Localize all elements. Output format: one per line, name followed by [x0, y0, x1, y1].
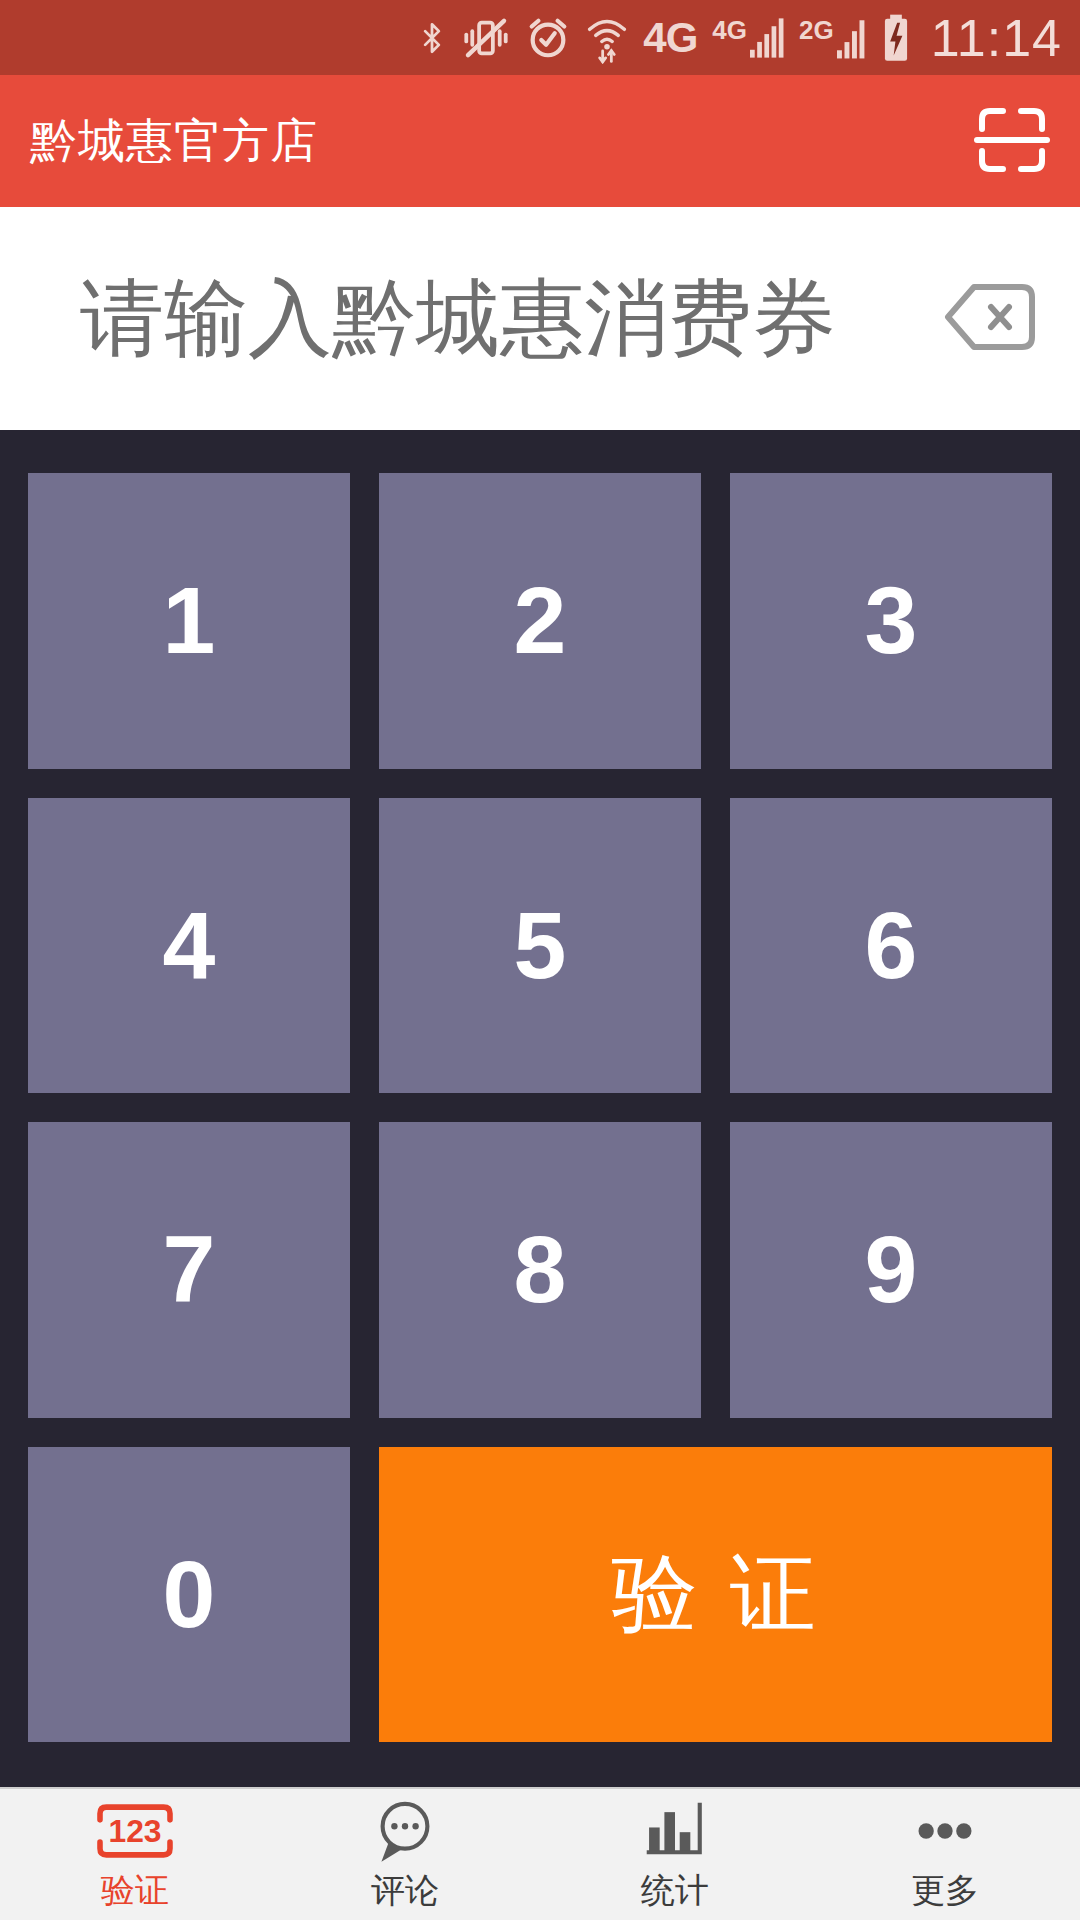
tab-more-label: 更多 — [911, 1868, 979, 1914]
key-9[interactable]: 9 — [730, 1122, 1052, 1418]
key-2[interactable]: 2 — [379, 473, 701, 769]
wifi-icon — [586, 12, 628, 64]
key-7[interactable]: 7 — [28, 1122, 350, 1418]
comment-icon — [372, 1796, 438, 1866]
signal-sim1-icon: 4G — [712, 17, 784, 59]
vibrate-off-icon — [462, 16, 510, 60]
tab-stats-label: 统计 — [641, 1868, 709, 1914]
keypad-123-icon: 123 — [93, 1796, 177, 1866]
battery-charging-icon — [882, 14, 910, 62]
key-5[interactable]: 5 — [379, 798, 701, 1094]
tab-verify[interactable]: 123 验证 — [0, 1789, 270, 1920]
scan-icon — [974, 102, 1050, 181]
tab-comments-label: 评论 — [371, 1868, 439, 1914]
backspace-button[interactable] — [938, 279, 1038, 358]
tab-stats[interactable]: 统计 — [540, 1789, 810, 1920]
tab-more[interactable]: 更多 — [810, 1789, 1080, 1920]
signal-sim2-icon: 2G — [799, 17, 867, 59]
bluetooth-icon — [417, 15, 447, 61]
bar-chart-icon — [642, 1796, 708, 1866]
svg-text:123: 123 — [108, 1813, 161, 1849]
key-4[interactable]: 4 — [28, 798, 350, 1094]
key-6[interactable]: 6 — [730, 798, 1052, 1094]
coupon-input-row — [0, 207, 1080, 430]
number-keypad: 1 2 3 4 5 6 7 8 9 0 验 证 — [0, 430, 1080, 1787]
tab-comments[interactable]: 评论 — [270, 1789, 540, 1920]
backspace-icon — [938, 279, 1038, 358]
key-8[interactable]: 8 — [379, 1122, 701, 1418]
verify-button[interactable]: 验 证 — [379, 1447, 1052, 1743]
tab-verify-label: 验证 — [101, 1868, 169, 1914]
more-dots-icon — [912, 1796, 978, 1866]
app-screen: 4G 4G 2G — [0, 0, 1080, 1920]
network-type-label: 4G — [643, 14, 697, 62]
bottom-tab-bar: 123 验证 评论 — [0, 1787, 1080, 1920]
scan-button[interactable] — [974, 102, 1050, 181]
key-0[interactable]: 0 — [28, 1447, 350, 1743]
clock-time: 11:14 — [931, 8, 1062, 68]
alarm-clock-icon — [525, 15, 571, 61]
key-1[interactable]: 1 — [28, 473, 350, 769]
key-3[interactable]: 3 — [730, 473, 1052, 769]
app-header: 黔城惠官方店 — [0, 75, 1080, 207]
status-bar: 4G 4G 2G — [0, 0, 1080, 75]
page-title: 黔城惠官方店 — [30, 110, 318, 173]
coupon-input[interactable] — [78, 269, 918, 368]
